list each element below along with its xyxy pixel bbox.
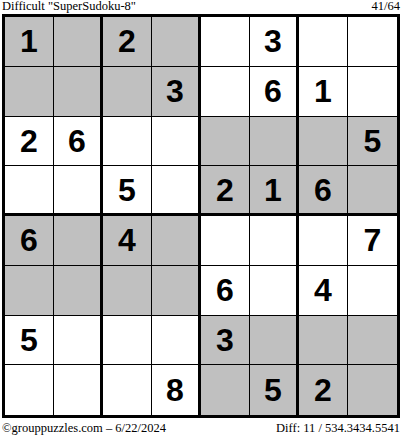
footer-difficulty: Diff: 11 / 534.3434.5541 (276, 422, 400, 435)
cell-r4c7-given[interactable]: 6 (299, 166, 348, 216)
cell-r3c4-empty[interactable] (152, 117, 201, 167)
header: Difficult "SuperSudoku-8" 41/64 (2, 0, 400, 13)
cell-r3c5-empty[interactable] (201, 117, 250, 167)
cell-r6c1-empty[interactable] (5, 266, 54, 316)
cell-r6c8-empty[interactable] (348, 266, 397, 316)
cell-r4c8-empty[interactable] (348, 166, 397, 216)
cell-r4c1-empty[interactable] (5, 166, 54, 216)
cell-r5c1-given[interactable]: 6 (5, 216, 54, 266)
cell-r4c4-empty[interactable] (152, 166, 201, 216)
cell-r2c1-empty[interactable] (5, 67, 54, 117)
cell-r6c3-empty[interactable] (103, 266, 152, 316)
cell-r1c5-empty[interactable] (201, 17, 250, 67)
cell-r5c4-empty[interactable] (152, 216, 201, 266)
cell-r5c8-given[interactable]: 7 (348, 216, 397, 266)
cell-r4c6-given[interactable]: 1 (250, 166, 299, 216)
cell-r7c4-empty[interactable] (152, 316, 201, 366)
cell-r8c4-given[interactable]: 8 (152, 365, 201, 415)
cell-r3c8-given[interactable]: 5 (348, 117, 397, 167)
cell-r7c8-empty[interactable] (348, 316, 397, 366)
cell-r7c5-given[interactable]: 3 (201, 316, 250, 366)
cell-r1c1-given[interactable]: 1 (5, 17, 54, 67)
cell-r1c8-empty[interactable] (348, 17, 397, 67)
puzzle-counter: 41/64 (372, 0, 400, 13)
cell-r1c6-given[interactable]: 3 (250, 17, 299, 67)
cell-r1c7-empty[interactable] (299, 17, 348, 67)
cell-r8c8-empty[interactable] (348, 365, 397, 415)
cell-r3c2-given[interactable]: 6 (54, 117, 103, 167)
cell-r4c5-given[interactable]: 2 (201, 166, 250, 216)
cell-r4c3-given[interactable]: 5 (103, 166, 152, 216)
cell-r8c6-given[interactable]: 5 (250, 365, 299, 415)
cell-r2c3-empty[interactable] (103, 67, 152, 117)
cell-r7c3-empty[interactable] (103, 316, 152, 366)
cell-r2c6-given[interactable]: 6 (250, 67, 299, 117)
puzzle-page: Difficult "SuperSudoku-8" 41/64 12336126… (0, 0, 403, 437)
cell-r2c2-empty[interactable] (54, 67, 103, 117)
cell-r5c3-given[interactable]: 4 (103, 216, 152, 266)
cell-r1c2-empty[interactable] (54, 17, 103, 67)
footer-credit: ©grouppuzzles.com – 6/22/2024 (2, 422, 166, 435)
cell-r2c8-empty[interactable] (348, 67, 397, 117)
cell-r5c2-empty[interactable] (54, 216, 103, 266)
cell-r8c7-given[interactable]: 2 (299, 365, 348, 415)
puzzle-title: Difficult "SuperSudoku-8" (2, 0, 136, 13)
footer: ©grouppuzzles.com – 6/22/2024 Diff: 11 /… (2, 422, 400, 435)
cell-r3c3-empty[interactable] (103, 117, 152, 167)
cell-r3c6-empty[interactable] (250, 117, 299, 167)
cell-r6c4-empty[interactable] (152, 266, 201, 316)
cell-r6c2-empty[interactable] (54, 266, 103, 316)
cell-r6c7-given[interactable]: 4 (299, 266, 348, 316)
cell-r8c1-empty[interactable] (5, 365, 54, 415)
cell-r1c4-empty[interactable] (152, 17, 201, 67)
cell-r2c7-given[interactable]: 1 (299, 67, 348, 117)
cell-r5c5-empty[interactable] (201, 216, 250, 266)
cell-r6c6-empty[interactable] (250, 266, 299, 316)
cell-r8c3-empty[interactable] (103, 365, 152, 415)
cell-r7c6-empty[interactable] (250, 316, 299, 366)
cell-r7c1-given[interactable]: 5 (5, 316, 54, 366)
cell-r4c2-empty[interactable] (54, 166, 103, 216)
cell-r3c7-empty[interactable] (299, 117, 348, 167)
cell-r6c5-given[interactable]: 6 (201, 266, 250, 316)
cell-r8c5-empty[interactable] (201, 365, 250, 415)
sudoku-board: 12336126552166476453852 (2, 14, 400, 418)
cell-r5c7-empty[interactable] (299, 216, 348, 266)
cell-r8c2-empty[interactable] (54, 365, 103, 415)
cell-r2c4-given[interactable]: 3 (152, 67, 201, 117)
cell-r1c3-given[interactable]: 2 (103, 17, 152, 67)
cell-r5c6-empty[interactable] (250, 216, 299, 266)
cell-r3c1-given[interactable]: 2 (5, 117, 54, 167)
cell-r7c2-empty[interactable] (54, 316, 103, 366)
cell-r2c5-empty[interactable] (201, 67, 250, 117)
cell-r7c7-empty[interactable] (299, 316, 348, 366)
